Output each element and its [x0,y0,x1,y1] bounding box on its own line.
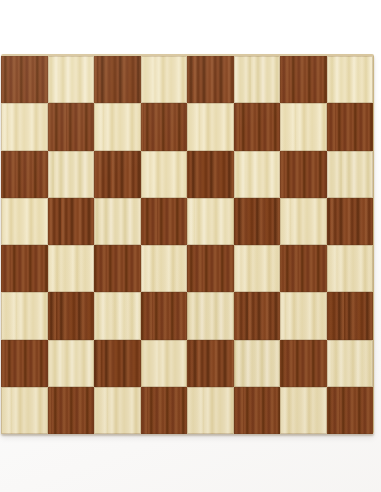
square-r2c8-dark [327,103,374,150]
chessboard [1,54,374,434]
square-r7c3-dark [94,340,141,387]
square-r4c3-light [94,198,141,245]
square-r6c2-dark [48,292,95,339]
square-r1c5-dark [187,56,234,103]
square-r8c5-light [187,387,234,434]
square-r1c7-dark [280,56,327,103]
square-r4c6-dark [234,198,281,245]
square-r6c5-light [187,292,234,339]
square-r2c2-dark [48,103,95,150]
square-r7c1-dark [1,340,48,387]
square-r1c2-light [48,56,95,103]
square-r7c6-light [234,340,281,387]
square-r8c7-light [280,387,327,434]
square-r6c3-light [94,292,141,339]
square-r3c5-dark [187,151,234,198]
square-r5c4-light [141,245,188,292]
square-r2c1-light [1,103,48,150]
square-r5c8-light [327,245,374,292]
square-r6c7-light [280,292,327,339]
product-photo [0,0,381,492]
square-r5c1-dark [1,245,48,292]
square-r6c6-dark [234,292,281,339]
square-r5c6-light [234,245,281,292]
square-r3c6-light [234,151,281,198]
square-r4c7-light [280,198,327,245]
square-r7c7-dark [280,340,327,387]
square-r5c7-dark [280,245,327,292]
square-r1c6-light [234,56,281,103]
square-r7c5-dark [187,340,234,387]
square-r4c5-light [187,198,234,245]
square-r7c2-light [48,340,95,387]
square-r5c2-light [48,245,95,292]
square-r8c1-light [1,387,48,434]
square-r5c5-dark [187,245,234,292]
square-r3c4-light [141,151,188,198]
square-r2c3-light [94,103,141,150]
square-r6c1-light [1,292,48,339]
square-r2c4-dark [141,103,188,150]
square-r2c5-light [187,103,234,150]
square-r6c4-dark [141,292,188,339]
square-r4c8-dark [327,198,374,245]
square-r2c7-light [280,103,327,150]
square-r8c3-light [94,387,141,434]
square-r4c4-dark [141,198,188,245]
square-r7c4-light [141,340,188,387]
square-r8c6-dark [234,387,281,434]
square-r1c4-light [141,56,188,103]
square-r4c2-dark [48,198,95,245]
square-r3c3-dark [94,151,141,198]
square-r3c2-light [48,151,95,198]
square-r1c1-dark [1,56,48,103]
square-r3c8-light [327,151,374,198]
square-r3c7-dark [280,151,327,198]
square-r1c3-dark [94,56,141,103]
square-r8c4-dark [141,387,188,434]
square-r8c2-dark [48,387,95,434]
square-r7c8-light [327,340,374,387]
square-r1c8-light [327,56,374,103]
square-r2c6-dark [234,103,281,150]
square-r5c3-dark [94,245,141,292]
square-r3c1-dark [1,151,48,198]
square-r6c8-dark [327,292,374,339]
square-r4c1-light [1,198,48,245]
square-r8c8-dark [327,387,374,434]
